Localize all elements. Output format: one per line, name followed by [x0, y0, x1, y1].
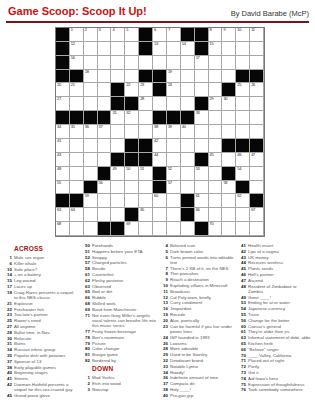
grid-cell[interactable]	[139, 125, 153, 139]
grid-cell-black	[70, 70, 84, 84]
grid-cell[interactable]: 69	[125, 222, 139, 236]
grid-cell[interactable]: 3	[98, 28, 112, 42]
clue-text: They're older than jrs.	[248, 329, 290, 334]
grid-cell[interactable]: 56	[98, 181, 112, 195]
grid-cell[interactable]: 33	[195, 111, 209, 125]
clue-item: 23Too-late's partner	[4, 312, 78, 317]
clue-text: Freshwater fish	[14, 307, 44, 312]
clue-item: 2Etch into wood	[82, 381, 156, 386]
grid-cell[interactable]	[222, 111, 236, 125]
grid-cell[interactable]	[167, 139, 181, 153]
clue-item: 65Bed or dirt	[82, 289, 156, 294]
cell-number: 15	[210, 42, 214, 46]
grid-cell[interactable]: 64	[70, 208, 84, 222]
clue-item: 26Loosens	[160, 341, 234, 346]
clue-number: 23	[4, 312, 14, 317]
grid-cell[interactable]	[222, 125, 236, 139]
clue-number: 71	[82, 313, 92, 329]
grid-cell[interactable]	[84, 97, 98, 111]
clue-item: 43UK money	[238, 255, 312, 260]
grid-cell[interactable]	[236, 222, 250, 236]
grid-cell[interactable]	[153, 222, 167, 236]
grid-cell[interactable]	[111, 139, 125, 153]
clue-lists: ACROSS1Male sex organ6Killer whale10Safe…	[4, 243, 312, 398]
grid-cell[interactable]	[236, 111, 250, 125]
grid-cell[interactable]	[236, 97, 250, 111]
grid-cell[interactable]	[209, 194, 223, 208]
grid-cell[interactable]: 61	[195, 194, 209, 208]
grid-cell[interactable]: 27	[56, 97, 70, 111]
cell-number: 34	[57, 125, 61, 129]
clue-text: Early playable games	[14, 365, 56, 370]
grid-cell[interactable]	[98, 194, 112, 208]
clue-number: 15	[4, 278, 14, 283]
clue-number: 23	[160, 324, 170, 335]
grid-cell[interactable]: 1	[70, 28, 84, 42]
grid-cell-black	[153, 181, 167, 195]
cell-number: 21	[71, 83, 75, 87]
grid-cell[interactable]	[181, 153, 195, 167]
grid-cell[interactable]: 34	[56, 125, 70, 139]
grid-cell[interactable]	[98, 56, 112, 70]
grid-cell[interactable]: 7	[167, 28, 181, 42]
clue-item: 6Killer whale	[4, 261, 78, 266]
clue-number: 40	[160, 393, 170, 398]
clue-number: 80	[82, 346, 92, 351]
grid-cell[interactable]: 6	[153, 28, 167, 42]
cell-number: 11	[251, 28, 255, 32]
clue-text: UK money	[248, 255, 269, 260]
grid-cell[interactable]: 23	[139, 83, 153, 97]
clue-number: 36	[160, 375, 170, 380]
grid-cell[interactable]: 14	[181, 42, 195, 56]
grid-cell[interactable]: 35	[70, 125, 84, 139]
grid-cell[interactable]: 65	[139, 208, 153, 222]
grid-cell[interactable]: 11	[250, 28, 264, 42]
cell-number: 42	[154, 139, 158, 143]
clue-number: 28	[160, 346, 170, 351]
grid-cell[interactable]	[70, 139, 84, 153]
grid-cell[interactable]	[209, 167, 223, 181]
grid-cell[interactable]	[222, 153, 236, 167]
clue-item: 66"Believe" singer	[238, 347, 312, 352]
clue-item: 36Indefinite amount of time	[160, 375, 234, 380]
grid-cell[interactable]	[153, 208, 167, 222]
grid-cell[interactable]	[84, 167, 98, 181]
grid-cell[interactable]	[84, 222, 98, 236]
grid-cell[interactable]	[84, 83, 98, 97]
grid-cell[interactable]	[84, 153, 98, 167]
clue-number: 13	[160, 300, 170, 305]
grid-cell[interactable]	[222, 42, 236, 56]
clue-text: Skilled work	[92, 301, 115, 306]
grid-cell[interactable]: 24	[167, 83, 181, 97]
clue-item: 44Receives wireless	[238, 260, 312, 265]
grid-cell[interactable]	[167, 42, 181, 56]
cell-number: 6	[154, 28, 156, 32]
grid-cell[interactable]: 25	[236, 83, 250, 97]
grid-cell[interactable]: 58	[222, 181, 236, 195]
grid-cell[interactable]	[181, 83, 195, 97]
cell-number: 62	[237, 194, 241, 198]
clue-item: 5Dark brown color	[160, 249, 234, 254]
clue-text: Sponsor of 13	[14, 359, 41, 364]
clue-item: 51Happens before your ETA	[82, 249, 156, 254]
clue-item: 78Bert's roommate	[82, 335, 156, 340]
clue-number: 38	[4, 365, 14, 370]
cell-number: 63	[57, 208, 61, 212]
grid-cell[interactable]: 68	[56, 222, 70, 236]
grid-cell[interactable]: 8	[209, 28, 223, 42]
grid-cell[interactable]: 20	[56, 83, 70, 97]
grid-cell[interactable]	[222, 194, 236, 208]
grid-cell[interactable]	[209, 125, 223, 139]
grid-cell[interactable]: 66	[195, 208, 209, 222]
grid-cell[interactable]: 17	[195, 56, 209, 70]
grid-cell[interactable]	[70, 97, 84, 111]
grid-cell[interactable]	[209, 181, 223, 195]
grid-cell[interactable]	[181, 56, 195, 70]
clue-number: 66	[82, 295, 92, 300]
grid-cell[interactable]	[139, 56, 153, 70]
grid-cell[interactable]: 53	[195, 167, 209, 181]
cell-number: 45	[210, 153, 214, 157]
clue-text: Thin pancakes	[170, 271, 199, 276]
grid-cell[interactable]	[250, 42, 264, 56]
grid-cell[interactable]	[181, 97, 195, 111]
grid-cell[interactable]	[167, 208, 181, 222]
cell-number: 26	[251, 83, 255, 87]
grid-cell-black	[167, 111, 181, 125]
grid-cell[interactable]	[98, 70, 112, 84]
clue-item: 45Plants seeds	[238, 266, 312, 271]
clue-number: 37	[160, 381, 170, 386]
clue-number: 1	[82, 375, 92, 380]
grid-cell[interactable]	[111, 194, 125, 208]
grid-cell[interactable]	[125, 194, 139, 208]
grid-cell[interactable]: 40	[181, 125, 195, 139]
clue-text: Picture	[92, 341, 106, 346]
clue-text: Notable Lynne	[170, 364, 198, 369]
grid-cell[interactable]	[139, 194, 153, 208]
grid-cell[interactable]	[125, 125, 139, 139]
cell-number: 65	[140, 208, 144, 212]
grid-cell[interactable]	[250, 111, 264, 125]
grid-cell[interactable]	[222, 56, 236, 70]
grid-cell[interactable]: 4	[111, 28, 125, 42]
grid-cell[interactable]	[250, 222, 264, 236]
grid-cell[interactable]	[70, 222, 84, 236]
grid-cell[interactable]: 57	[167, 181, 181, 195]
clue-text: Snappy	[92, 255, 107, 260]
grid-cell[interactable]: 47	[250, 153, 264, 167]
clue-item: 45Grand piano glove	[4, 393, 78, 398]
grid-cell[interactable]	[250, 181, 264, 195]
grid-cell[interactable]	[111, 56, 125, 70]
grid-cell[interactable]: 21	[70, 83, 84, 97]
clue-text: "Believe" singer	[248, 347, 279, 352]
clue-text: Killer whale	[14, 261, 36, 266]
cell-number: 36	[85, 125, 89, 129]
grid-cell-black	[236, 70, 250, 84]
grid-cell[interactable]	[209, 70, 223, 84]
grid-cell[interactable]: 51	[139, 167, 153, 181]
grid-cell[interactable]: 9	[222, 28, 236, 42]
clue-item: 24ISP founded in 1983	[160, 335, 234, 340]
grid-cell[interactable]	[209, 208, 223, 222]
clue-number: 14	[4, 272, 14, 277]
clue-text: Turns printed words into editable text	[170, 255, 234, 266]
grid-cell[interactable]: 18	[84, 70, 98, 84]
clue-item: 37Sponsor of 13	[4, 359, 78, 364]
grid-cell[interactable]	[181, 167, 195, 181]
grid-cell[interactable]: 36	[84, 125, 98, 139]
grid-cell[interactable]	[98, 139, 112, 153]
grid-cell[interactable]	[181, 222, 195, 236]
clue-number: 30	[4, 336, 14, 341]
clue-item: 54Japanese currency	[238, 306, 312, 311]
cell-number: 13	[154, 42, 158, 46]
cell-number: 67	[251, 208, 255, 212]
grid-cell[interactable]	[125, 56, 139, 70]
clue-number: 10	[160, 283, 170, 288]
grid-cell[interactable]: 44	[153, 153, 167, 167]
clue-item: 42Daemon Hatfield presents a sequel for …	[4, 382, 78, 393]
grid-cell[interactable]	[98, 153, 112, 167]
cell-number: 20	[57, 83, 61, 87]
grid-cell[interactable]	[111, 208, 125, 222]
clue-number: 31	[4, 341, 14, 346]
grid-cell[interactable]: 22	[125, 83, 139, 97]
grid-cell-black	[153, 167, 167, 181]
grid-cell[interactable]	[70, 181, 84, 195]
clue-item: 47Ascend	[238, 278, 312, 283]
clue-text: Reach a destination	[170, 277, 209, 282]
grid-cell[interactable]	[167, 56, 181, 70]
grid-cell[interactable]	[84, 208, 98, 222]
clue-item: 42Lips of a vagina	[238, 249, 312, 254]
grid-cell-black	[56, 42, 70, 56]
cell-number: 12	[71, 42, 75, 46]
grid-cell[interactable]	[125, 181, 139, 195]
grid-cell[interactable]	[195, 181, 209, 195]
grid-cell[interactable]: 26	[250, 83, 264, 97]
clue-text: Deodorant brand	[170, 358, 203, 363]
cell-number: 44	[154, 153, 158, 157]
clue-number: 45	[4, 393, 14, 398]
grid-cell[interactable]	[222, 208, 236, 222]
grid-cell[interactable]: 10	[236, 28, 250, 42]
clue-number: 56	[238, 318, 248, 323]
grid-cell[interactable]: 49	[111, 167, 125, 181]
grid-cell[interactable]	[70, 153, 84, 167]
grid-cell[interactable]: 60	[153, 194, 167, 208]
grid-cell[interactable]	[153, 97, 167, 111]
clue-item: 29Used to be Stanley	[160, 352, 234, 357]
grid-cell[interactable]	[195, 70, 209, 84]
grid-cell[interactable]	[98, 83, 112, 97]
clue-item: 81Bungie game	[82, 352, 156, 357]
grid-cell[interactable]	[98, 97, 112, 111]
grid-cell[interactable]: 39	[167, 125, 181, 139]
grid-cell[interactable]	[236, 208, 250, 222]
grid-cell[interactable]	[111, 125, 125, 139]
grid-cell-black	[139, 42, 153, 56]
grid-cell[interactable]	[167, 153, 181, 167]
grid-cell[interactable]	[236, 56, 250, 70]
clue-number: 76	[238, 387, 248, 392]
grid-cell[interactable]: 55	[56, 181, 70, 195]
grid-cell[interactable]	[98, 208, 112, 222]
clue-text: Pro-gun grp.	[170, 393, 194, 398]
cell-number: 46	[237, 153, 241, 157]
clue-item: 34Howdy!	[160, 370, 234, 375]
grid-cell[interactable]	[209, 56, 223, 70]
grid-cell[interactable]	[250, 56, 264, 70]
clue-number: 8	[160, 271, 170, 276]
clue-text: Happens before your ETA	[92, 249, 142, 254]
grid-cell[interactable]	[139, 111, 153, 125]
grid-cell[interactable]: 48	[56, 167, 70, 181]
grid-cell-black	[70, 194, 84, 208]
grid-cell-black	[98, 111, 112, 125]
clue-text: Cal Poly town, briefly	[170, 295, 211, 300]
grid-cell[interactable]	[84, 42, 98, 56]
clue-text: Change for the better	[248, 318, 290, 323]
clue-text: Japanese currency	[248, 306, 285, 311]
grid-cell[interactable]: 30	[222, 97, 236, 111]
clue-text: Dark brown color	[170, 249, 203, 254]
grid-cell[interactable]: 50	[125, 167, 139, 181]
clue-text: Grand piano glove	[14, 393, 50, 398]
clue-number: 43	[238, 255, 248, 260]
byline: By David Barabe (McP)	[231, 9, 309, 18]
grid-cell[interactable]: 62	[236, 194, 250, 208]
grid-cell[interactable]	[209, 111, 223, 125]
grid-cell[interactable]: 2	[84, 28, 98, 42]
clue-text: Leg wound	[14, 278, 35, 283]
grid-cell[interactable]: 67	[250, 208, 264, 222]
grid-cell[interactable]	[209, 139, 223, 153]
grid-cell[interactable]: 12	[70, 42, 84, 56]
clue-number: 81	[82, 352, 92, 357]
grid-cell[interactable]: 37	[98, 125, 112, 139]
grid-cell[interactable]: 38	[153, 125, 167, 139]
grid-cell[interactable]	[209, 83, 223, 97]
grid-cell-black	[56, 28, 70, 42]
grid-cell[interactable]	[222, 222, 236, 236]
grid-cell[interactable]: 63	[56, 208, 70, 222]
grid-cell[interactable]	[98, 42, 112, 56]
clue-number: 68	[82, 301, 92, 306]
clue-item: 23Can be harmful if you live under power…	[160, 324, 234, 335]
grid-cell-black	[139, 28, 153, 42]
grid-cell[interactable]	[84, 139, 98, 153]
grid-cell[interactable]	[139, 222, 153, 236]
grid-cell[interactable]	[111, 70, 125, 84]
grid-cell[interactable]	[167, 97, 181, 111]
clue-number: 22	[4, 307, 14, 312]
clue-item: 9Reach a destination	[160, 277, 234, 282]
grid-cell[interactable]	[195, 125, 209, 139]
grid-cell[interactable]: 5	[125, 28, 139, 42]
grid-cell[interactable]	[139, 181, 153, 195]
clue-text: Curry condiment	[170, 300, 202, 305]
grid-cell[interactable]	[250, 125, 264, 139]
grid-cell[interactable]: 32	[125, 111, 139, 125]
grid-cell-black	[111, 153, 125, 167]
grid-cell[interactable]: 19	[167, 70, 181, 84]
grid-cell[interactable]	[111, 181, 125, 195]
grid-cell[interactable]: 46	[236, 153, 250, 167]
grid-cell[interactable]: 16	[70, 56, 84, 70]
clue-number: 48	[238, 284, 248, 295]
clue-item: 68Skilled work	[82, 301, 156, 306]
grid-cell[interactable]	[236, 42, 250, 56]
grid-cell[interactable]	[84, 56, 98, 70]
grid-cell-black	[111, 222, 125, 236]
clue-column-1: ACROSS1Male sex organ6Killer whale10Safe…	[4, 243, 78, 398]
grid-cell[interactable]	[153, 56, 167, 70]
grid-cell[interactable]	[250, 167, 264, 181]
grid-cell[interactable]: 70	[209, 222, 223, 236]
grid-cell[interactable]	[70, 167, 84, 181]
grid-cell[interactable]: 54	[236, 167, 250, 181]
grid-cell[interactable]	[167, 194, 181, 208]
clue-item: 20Also, poetically	[160, 318, 234, 323]
clue-text: Kitchen herb	[248, 341, 273, 346]
clue-number: 3	[82, 387, 92, 392]
cell-number: 8	[210, 28, 212, 32]
grid-cell[interactable]: 13	[153, 42, 167, 56]
grid-cell[interactable]	[250, 97, 264, 111]
grid-cell[interactable]	[125, 42, 139, 56]
clue-text: + on a battery	[14, 272, 41, 277]
grid-cell[interactable]: 59	[84, 194, 98, 208]
grid-cell[interactable]: 43	[56, 153, 70, 167]
grid-cell-black	[111, 83, 125, 97]
grid-cell[interactable]	[167, 222, 181, 236]
grid-cell[interactable]: 29	[209, 97, 223, 111]
clue-text: Jeopardize	[170, 306, 191, 311]
grid-cell[interactable]	[111, 42, 125, 56]
grid-cell[interactable]: 28	[139, 97, 153, 111]
grid-cell[interactable]	[236, 125, 250, 139]
clue-item: 69Band from Manchester	[82, 307, 156, 312]
grid-cell[interactable]: 42	[153, 139, 167, 153]
grid-cell[interactable]: 52	[167, 167, 181, 181]
cell-number: 24	[168, 83, 172, 87]
grid-cell[interactable]	[195, 83, 209, 97]
clue-text: Russian ethnic group	[14, 347, 55, 352]
clue-number: 25	[4, 318, 14, 323]
grid-cell[interactable]	[222, 70, 236, 84]
clue-number: 46	[238, 272, 248, 277]
grid-cell[interactable]	[181, 181, 195, 195]
grid-cell[interactable]	[181, 139, 195, 153]
clue-item: 55Truce	[238, 312, 312, 317]
grid-cell-black	[125, 208, 139, 222]
grid-cell[interactable]	[195, 139, 209, 153]
grid-cell[interactable]: 45	[209, 153, 223, 167]
grid-cell[interactable]: 15	[209, 42, 223, 56]
grid-cell[interactable]: 41	[56, 139, 70, 153]
clue-number: 61	[238, 329, 248, 334]
grid-cell[interactable]: 31	[111, 111, 125, 125]
grid-cell[interactable]	[125, 70, 139, 84]
grid-cell[interactable]	[181, 70, 195, 84]
clue-text: Craig Harris presents a sequel to this N…	[14, 290, 78, 301]
